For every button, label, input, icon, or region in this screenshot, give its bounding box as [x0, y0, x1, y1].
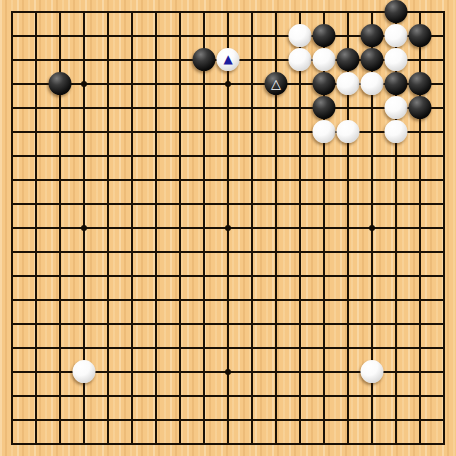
intersection-E6[interactable] [96, 312, 120, 336]
intersection-G11[interactable] [144, 192, 168, 216]
board-grid[interactable]: ▲△ [0, 0, 456, 456]
intersection-K6[interactable] [216, 312, 240, 336]
intersection-C9[interactable] [48, 240, 72, 264]
intersection-A13[interactable] [0, 144, 24, 168]
intersection-M9[interactable] [264, 240, 288, 264]
intersection-O10[interactable] [312, 216, 336, 240]
intersection-F4[interactable] [120, 360, 144, 384]
intersection-M15[interactable] [264, 96, 288, 120]
intersection-C17[interactable] [48, 48, 72, 72]
intersection-O1[interactable] [312, 432, 336, 456]
intersection-R13[interactable] [384, 144, 408, 168]
intersection-N6[interactable] [288, 312, 312, 336]
intersection-M4[interactable] [264, 360, 288, 384]
intersection-L17[interactable] [240, 48, 264, 72]
intersection-G6[interactable] [144, 312, 168, 336]
intersection-N1[interactable] [288, 432, 312, 456]
intersection-F2[interactable] [120, 408, 144, 432]
intersection-N8[interactable] [288, 264, 312, 288]
intersection-M16[interactable]: △ [264, 72, 288, 96]
intersection-F9[interactable] [120, 240, 144, 264]
intersection-N3[interactable] [288, 384, 312, 408]
intersection-L4[interactable] [240, 360, 264, 384]
intersection-Q3[interactable] [360, 384, 384, 408]
intersection-D14[interactable] [72, 120, 96, 144]
intersection-M11[interactable] [264, 192, 288, 216]
intersection-J4[interactable] [192, 360, 216, 384]
intersection-J8[interactable] [192, 264, 216, 288]
intersection-J1[interactable] [192, 432, 216, 456]
intersection-G3[interactable] [144, 384, 168, 408]
intersection-A4[interactable] [0, 360, 24, 384]
intersection-C19[interactable] [48, 0, 72, 24]
intersection-A3[interactable] [0, 384, 24, 408]
intersection-E13[interactable] [96, 144, 120, 168]
intersection-B3[interactable] [24, 384, 48, 408]
intersection-S11[interactable] [408, 192, 432, 216]
intersection-C4[interactable] [48, 360, 72, 384]
intersection-A18[interactable] [0, 24, 24, 48]
intersection-S17[interactable] [408, 48, 432, 72]
intersection-R10[interactable] [384, 216, 408, 240]
intersection-T19[interactable] [432, 0, 456, 24]
intersection-N16[interactable] [288, 72, 312, 96]
intersection-C15[interactable] [48, 96, 72, 120]
intersection-J7[interactable] [192, 288, 216, 312]
intersection-P14[interactable] [336, 120, 360, 144]
intersection-F6[interactable] [120, 312, 144, 336]
intersection-L12[interactable] [240, 168, 264, 192]
intersection-S12[interactable] [408, 168, 432, 192]
intersection-L8[interactable] [240, 264, 264, 288]
intersection-H3[interactable] [168, 384, 192, 408]
intersection-A1[interactable] [0, 432, 24, 456]
intersection-O18[interactable] [312, 24, 336, 48]
intersection-S10[interactable] [408, 216, 432, 240]
intersection-L15[interactable] [240, 96, 264, 120]
intersection-K18[interactable] [216, 24, 240, 48]
intersection-D18[interactable] [72, 24, 96, 48]
intersection-R4[interactable] [384, 360, 408, 384]
intersection-M8[interactable] [264, 264, 288, 288]
intersection-H6[interactable] [168, 312, 192, 336]
intersection-D1[interactable] [72, 432, 96, 456]
intersection-Q9[interactable] [360, 240, 384, 264]
intersection-C12[interactable] [48, 168, 72, 192]
intersection-R5[interactable] [384, 336, 408, 360]
intersection-B10[interactable] [24, 216, 48, 240]
intersection-Q19[interactable] [360, 0, 384, 24]
intersection-R7[interactable] [384, 288, 408, 312]
intersection-E16[interactable] [96, 72, 120, 96]
intersection-S1[interactable] [408, 432, 432, 456]
intersection-C7[interactable] [48, 288, 72, 312]
intersection-J3[interactable] [192, 384, 216, 408]
intersection-L16[interactable] [240, 72, 264, 96]
intersection-N5[interactable] [288, 336, 312, 360]
intersection-T15[interactable] [432, 96, 456, 120]
intersection-S19[interactable] [408, 0, 432, 24]
intersection-G18[interactable] [144, 24, 168, 48]
intersection-B5[interactable] [24, 336, 48, 360]
intersection-R11[interactable] [384, 192, 408, 216]
intersection-O14[interactable] [312, 120, 336, 144]
intersection-T7[interactable] [432, 288, 456, 312]
intersection-B16[interactable] [24, 72, 48, 96]
intersection-R6[interactable] [384, 312, 408, 336]
intersection-R17[interactable] [384, 48, 408, 72]
intersection-C1[interactable] [48, 432, 72, 456]
intersection-B14[interactable] [24, 120, 48, 144]
intersection-D19[interactable] [72, 0, 96, 24]
intersection-H2[interactable] [168, 408, 192, 432]
intersection-H19[interactable] [168, 0, 192, 24]
intersection-O15[interactable] [312, 96, 336, 120]
intersection-B8[interactable] [24, 264, 48, 288]
intersection-M13[interactable] [264, 144, 288, 168]
intersection-F14[interactable] [120, 120, 144, 144]
intersection-N12[interactable] [288, 168, 312, 192]
intersection-B19[interactable] [24, 0, 48, 24]
intersection-F18[interactable] [120, 24, 144, 48]
intersection-P15[interactable] [336, 96, 360, 120]
intersection-N11[interactable] [288, 192, 312, 216]
intersection-M7[interactable] [264, 288, 288, 312]
intersection-K16[interactable] [216, 72, 240, 96]
intersection-T14[interactable] [432, 120, 456, 144]
intersection-H9[interactable] [168, 240, 192, 264]
intersection-G8[interactable] [144, 264, 168, 288]
intersection-P3[interactable] [336, 384, 360, 408]
intersection-D17[interactable] [72, 48, 96, 72]
intersection-R2[interactable] [384, 408, 408, 432]
intersection-S14[interactable] [408, 120, 432, 144]
intersection-G19[interactable] [144, 0, 168, 24]
intersection-E14[interactable] [96, 120, 120, 144]
intersection-K3[interactable] [216, 384, 240, 408]
intersection-Q7[interactable] [360, 288, 384, 312]
intersection-T4[interactable] [432, 360, 456, 384]
intersection-B15[interactable] [24, 96, 48, 120]
intersection-O7[interactable] [312, 288, 336, 312]
intersection-C2[interactable] [48, 408, 72, 432]
intersection-O4[interactable] [312, 360, 336, 384]
intersection-C3[interactable] [48, 384, 72, 408]
intersection-S16[interactable] [408, 72, 432, 96]
intersection-N2[interactable] [288, 408, 312, 432]
intersection-R3[interactable] [384, 384, 408, 408]
intersection-E8[interactable] [96, 264, 120, 288]
intersection-J14[interactable] [192, 120, 216, 144]
intersection-C13[interactable] [48, 144, 72, 168]
intersection-P11[interactable] [336, 192, 360, 216]
intersection-G5[interactable] [144, 336, 168, 360]
intersection-B7[interactable] [24, 288, 48, 312]
intersection-A16[interactable] [0, 72, 24, 96]
intersection-A17[interactable] [0, 48, 24, 72]
intersection-H1[interactable] [168, 432, 192, 456]
intersection-N4[interactable] [288, 360, 312, 384]
intersection-F3[interactable] [120, 384, 144, 408]
intersection-T16[interactable] [432, 72, 456, 96]
intersection-H11[interactable] [168, 192, 192, 216]
intersection-O5[interactable] [312, 336, 336, 360]
intersection-Q2[interactable] [360, 408, 384, 432]
intersection-F12[interactable] [120, 168, 144, 192]
intersection-H7[interactable] [168, 288, 192, 312]
intersection-S15[interactable] [408, 96, 432, 120]
intersection-P8[interactable] [336, 264, 360, 288]
intersection-N7[interactable] [288, 288, 312, 312]
intersection-Q12[interactable] [360, 168, 384, 192]
intersection-J19[interactable] [192, 0, 216, 24]
intersection-H16[interactable] [168, 72, 192, 96]
intersection-T18[interactable] [432, 24, 456, 48]
intersection-K1[interactable] [216, 432, 240, 456]
intersection-A14[interactable] [0, 120, 24, 144]
intersection-L19[interactable] [240, 0, 264, 24]
intersection-D10[interactable] [72, 216, 96, 240]
intersection-F11[interactable] [120, 192, 144, 216]
intersection-J13[interactable] [192, 144, 216, 168]
intersection-Q14[interactable] [360, 120, 384, 144]
intersection-M10[interactable] [264, 216, 288, 240]
intersection-G2[interactable] [144, 408, 168, 432]
intersection-A9[interactable] [0, 240, 24, 264]
intersection-D9[interactable] [72, 240, 96, 264]
intersection-A19[interactable] [0, 0, 24, 24]
intersection-J11[interactable] [192, 192, 216, 216]
intersection-P1[interactable] [336, 432, 360, 456]
intersection-Q6[interactable] [360, 312, 384, 336]
intersection-T8[interactable] [432, 264, 456, 288]
intersection-C10[interactable] [48, 216, 72, 240]
intersection-B6[interactable] [24, 312, 48, 336]
intersection-Q1[interactable] [360, 432, 384, 456]
intersection-L10[interactable] [240, 216, 264, 240]
intersection-G7[interactable] [144, 288, 168, 312]
intersection-M6[interactable] [264, 312, 288, 336]
intersection-H15[interactable] [168, 96, 192, 120]
intersection-H18[interactable] [168, 24, 192, 48]
intersection-T12[interactable] [432, 168, 456, 192]
intersection-P9[interactable] [336, 240, 360, 264]
intersection-J5[interactable] [192, 336, 216, 360]
intersection-L2[interactable] [240, 408, 264, 432]
intersection-G12[interactable] [144, 168, 168, 192]
intersection-R18[interactable] [384, 24, 408, 48]
intersection-S6[interactable] [408, 312, 432, 336]
intersection-J10[interactable] [192, 216, 216, 240]
intersection-O2[interactable] [312, 408, 336, 432]
intersection-H8[interactable] [168, 264, 192, 288]
intersection-Q13[interactable] [360, 144, 384, 168]
intersection-M14[interactable] [264, 120, 288, 144]
intersection-G9[interactable] [144, 240, 168, 264]
intersection-L11[interactable] [240, 192, 264, 216]
intersection-T11[interactable] [432, 192, 456, 216]
intersection-T2[interactable] [432, 408, 456, 432]
intersection-L18[interactable] [240, 24, 264, 48]
intersection-P13[interactable] [336, 144, 360, 168]
intersection-L5[interactable] [240, 336, 264, 360]
intersection-O8[interactable] [312, 264, 336, 288]
intersection-N15[interactable] [288, 96, 312, 120]
intersection-Q4[interactable] [360, 360, 384, 384]
intersection-O3[interactable] [312, 384, 336, 408]
intersection-B4[interactable] [24, 360, 48, 384]
intersection-G4[interactable] [144, 360, 168, 384]
intersection-S2[interactable] [408, 408, 432, 432]
intersection-M12[interactable] [264, 168, 288, 192]
intersection-K13[interactable] [216, 144, 240, 168]
intersection-N9[interactable] [288, 240, 312, 264]
intersection-E10[interactable] [96, 216, 120, 240]
intersection-P7[interactable] [336, 288, 360, 312]
intersection-C11[interactable] [48, 192, 72, 216]
intersection-E7[interactable] [96, 288, 120, 312]
intersection-B13[interactable] [24, 144, 48, 168]
intersection-M3[interactable] [264, 384, 288, 408]
intersection-F19[interactable] [120, 0, 144, 24]
intersection-F17[interactable] [120, 48, 144, 72]
intersection-P18[interactable] [336, 24, 360, 48]
intersection-R19[interactable] [384, 0, 408, 24]
intersection-Q18[interactable] [360, 24, 384, 48]
intersection-T17[interactable] [432, 48, 456, 72]
intersection-K11[interactable] [216, 192, 240, 216]
intersection-E18[interactable] [96, 24, 120, 48]
intersection-E19[interactable] [96, 0, 120, 24]
intersection-A8[interactable] [0, 264, 24, 288]
intersection-D4[interactable] [72, 360, 96, 384]
intersection-K8[interactable] [216, 264, 240, 288]
intersection-T9[interactable] [432, 240, 456, 264]
intersection-P16[interactable] [336, 72, 360, 96]
intersection-Q11[interactable] [360, 192, 384, 216]
intersection-L1[interactable] [240, 432, 264, 456]
intersection-E4[interactable] [96, 360, 120, 384]
intersection-J15[interactable] [192, 96, 216, 120]
intersection-J9[interactable] [192, 240, 216, 264]
intersection-T1[interactable] [432, 432, 456, 456]
intersection-O16[interactable] [312, 72, 336, 96]
intersection-B11[interactable] [24, 192, 48, 216]
intersection-H17[interactable] [168, 48, 192, 72]
intersection-P6[interactable] [336, 312, 360, 336]
intersection-M17[interactable] [264, 48, 288, 72]
intersection-S3[interactable] [408, 384, 432, 408]
intersection-H5[interactable] [168, 336, 192, 360]
intersection-Q8[interactable] [360, 264, 384, 288]
intersection-L14[interactable] [240, 120, 264, 144]
intersection-B2[interactable] [24, 408, 48, 432]
intersection-B9[interactable] [24, 240, 48, 264]
intersection-A6[interactable] [0, 312, 24, 336]
intersection-H14[interactable] [168, 120, 192, 144]
intersection-S13[interactable] [408, 144, 432, 168]
intersection-S7[interactable] [408, 288, 432, 312]
intersection-D15[interactable] [72, 96, 96, 120]
intersection-D5[interactable] [72, 336, 96, 360]
intersection-P17[interactable] [336, 48, 360, 72]
intersection-D3[interactable] [72, 384, 96, 408]
intersection-S8[interactable] [408, 264, 432, 288]
intersection-L6[interactable] [240, 312, 264, 336]
intersection-E17[interactable] [96, 48, 120, 72]
intersection-Q15[interactable] [360, 96, 384, 120]
intersection-M19[interactable] [264, 0, 288, 24]
intersection-D7[interactable] [72, 288, 96, 312]
intersection-B12[interactable] [24, 168, 48, 192]
intersection-P5[interactable] [336, 336, 360, 360]
intersection-P10[interactable] [336, 216, 360, 240]
go-board[interactable]: ▲△ [0, 0, 456, 456]
intersection-F1[interactable] [120, 432, 144, 456]
intersection-K10[interactable] [216, 216, 240, 240]
intersection-D16[interactable] [72, 72, 96, 96]
intersection-K12[interactable] [216, 168, 240, 192]
intersection-O19[interactable] [312, 0, 336, 24]
intersection-O12[interactable] [312, 168, 336, 192]
intersection-H4[interactable] [168, 360, 192, 384]
intersection-J17[interactable] [192, 48, 216, 72]
intersection-S4[interactable] [408, 360, 432, 384]
intersection-P2[interactable] [336, 408, 360, 432]
intersection-A7[interactable] [0, 288, 24, 312]
intersection-J16[interactable] [192, 72, 216, 96]
intersection-K19[interactable] [216, 0, 240, 24]
intersection-N10[interactable] [288, 216, 312, 240]
intersection-A5[interactable] [0, 336, 24, 360]
intersection-L7[interactable] [240, 288, 264, 312]
intersection-J12[interactable] [192, 168, 216, 192]
intersection-G13[interactable] [144, 144, 168, 168]
intersection-T10[interactable] [432, 216, 456, 240]
intersection-S9[interactable] [408, 240, 432, 264]
intersection-G17[interactable] [144, 48, 168, 72]
intersection-K7[interactable] [216, 288, 240, 312]
intersection-E1[interactable] [96, 432, 120, 456]
intersection-Q17[interactable] [360, 48, 384, 72]
intersection-A10[interactable] [0, 216, 24, 240]
intersection-N14[interactable] [288, 120, 312, 144]
intersection-K9[interactable] [216, 240, 240, 264]
intersection-T13[interactable] [432, 144, 456, 168]
intersection-G16[interactable] [144, 72, 168, 96]
intersection-C5[interactable] [48, 336, 72, 360]
intersection-L3[interactable] [240, 384, 264, 408]
intersection-B18[interactable] [24, 24, 48, 48]
intersection-E11[interactable] [96, 192, 120, 216]
intersection-M18[interactable] [264, 24, 288, 48]
intersection-C6[interactable] [48, 312, 72, 336]
intersection-A12[interactable] [0, 168, 24, 192]
intersection-D8[interactable] [72, 264, 96, 288]
intersection-T3[interactable] [432, 384, 456, 408]
intersection-R12[interactable] [384, 168, 408, 192]
intersection-R15[interactable] [384, 96, 408, 120]
intersection-B1[interactable] [24, 432, 48, 456]
intersection-C8[interactable] [48, 264, 72, 288]
intersection-O6[interactable] [312, 312, 336, 336]
intersection-P4[interactable] [336, 360, 360, 384]
intersection-N18[interactable] [288, 24, 312, 48]
intersection-S5[interactable] [408, 336, 432, 360]
intersection-P12[interactable] [336, 168, 360, 192]
intersection-K4[interactable] [216, 360, 240, 384]
intersection-D11[interactable] [72, 192, 96, 216]
